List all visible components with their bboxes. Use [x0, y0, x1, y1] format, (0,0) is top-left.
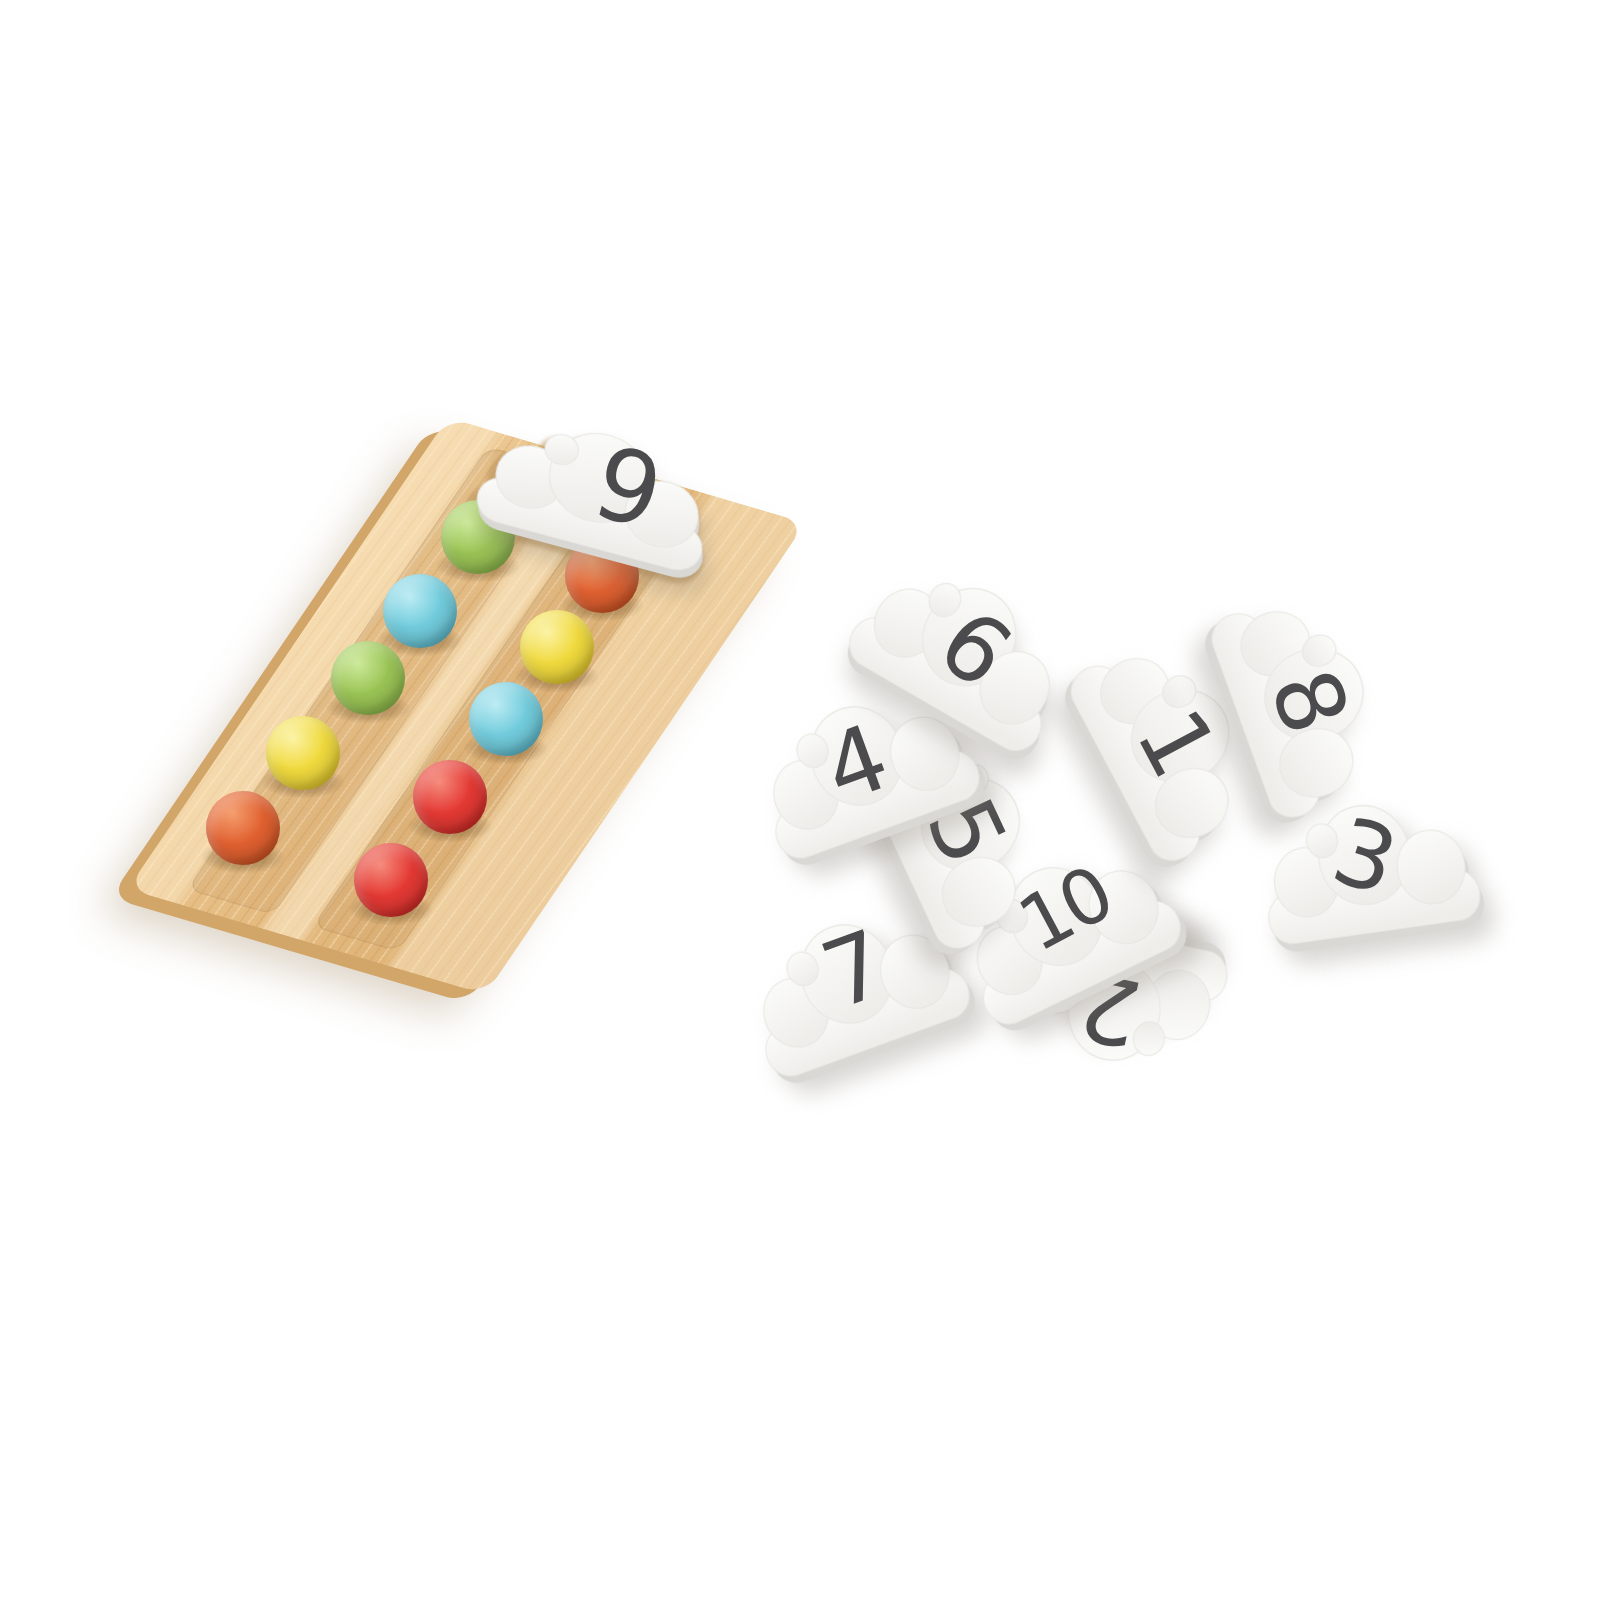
bead-red-10[interactable]: [354, 843, 428, 917]
bead-blue-2[interactable]: [383, 574, 457, 648]
bead-yellow-7[interactable]: [520, 610, 594, 684]
bead-green-3[interactable]: [331, 641, 405, 715]
number-tile-3[interactable]: 3: [1242, 768, 1494, 957]
product-photo-stage: 96841531072: [0, 0, 1600, 1600]
bead-red-9[interactable]: [413, 760, 487, 834]
bead-blue-8[interactable]: [469, 682, 543, 756]
bead-yellow-4[interactable]: [266, 716, 340, 790]
bead-orange-5[interactable]: [206, 791, 280, 865]
